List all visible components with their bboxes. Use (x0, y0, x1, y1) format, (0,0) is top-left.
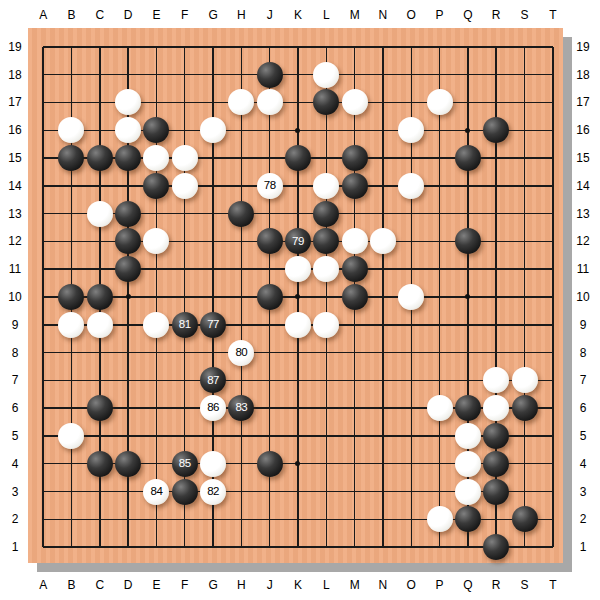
intersection-L18[interactable] (312, 61, 340, 89)
intersection-N10[interactable] (369, 283, 397, 311)
intersection-O3[interactable] (397, 478, 425, 506)
intersection-T3[interactable] (539, 478, 567, 506)
intersection-T16[interactable] (539, 116, 567, 144)
intersection-F8[interactable] (171, 339, 199, 367)
intersection-P14[interactable] (425, 172, 453, 200)
intersection-D9[interactable] (114, 311, 142, 339)
intersection-H19[interactable] (227, 33, 255, 61)
intersection-T10[interactable] (539, 283, 567, 311)
intersection-R8[interactable] (482, 339, 510, 367)
intersection-G19[interactable] (199, 33, 227, 61)
intersection-K1[interactable] (284, 533, 312, 561)
intersection-S6[interactable] (510, 394, 538, 422)
intersection-R16[interactable] (482, 116, 510, 144)
intersection-H7[interactable] (227, 366, 255, 394)
intersection-K15[interactable] (284, 144, 312, 172)
intersection-E4[interactable] (142, 450, 170, 478)
intersection-M5[interactable] (340, 422, 368, 450)
intersection-G14[interactable] (199, 172, 227, 200)
intersection-H9[interactable] (227, 311, 255, 339)
intersection-C14[interactable] (86, 172, 114, 200)
intersection-H12[interactable] (227, 228, 255, 256)
intersection-R10[interactable] (482, 283, 510, 311)
intersection-G15[interactable] (199, 144, 227, 172)
intersection-R18[interactable] (482, 61, 510, 89)
intersection-C1[interactable] (86, 533, 114, 561)
intersection-P2[interactable] (425, 505, 453, 533)
intersection-H10[interactable] (227, 283, 255, 311)
intersection-B3[interactable] (57, 478, 85, 506)
intersection-T7[interactable] (539, 366, 567, 394)
intersection-Q14[interactable] (454, 172, 482, 200)
intersection-M18[interactable] (340, 61, 368, 89)
intersection-M8[interactable] (340, 339, 368, 367)
intersection-G3[interactable]: 82 (199, 478, 227, 506)
intersection-P8[interactable] (425, 339, 453, 367)
intersection-K18[interactable] (284, 61, 312, 89)
intersection-T5[interactable] (539, 422, 567, 450)
intersection-C8[interactable] (86, 339, 114, 367)
intersection-H4[interactable] (227, 450, 255, 478)
intersection-F7[interactable] (171, 366, 199, 394)
intersection-B5[interactable] (57, 422, 85, 450)
intersection-P10[interactable] (425, 283, 453, 311)
intersection-M14[interactable] (340, 172, 368, 200)
intersection-O12[interactable] (397, 228, 425, 256)
intersection-A17[interactable] (29, 89, 57, 117)
intersection-K5[interactable] (284, 422, 312, 450)
intersection-J1[interactable] (256, 533, 284, 561)
intersection-P17[interactable] (425, 89, 453, 117)
intersection-N2[interactable] (369, 505, 397, 533)
intersection-K7[interactable] (284, 366, 312, 394)
intersection-P16[interactable] (425, 116, 453, 144)
intersection-A11[interactable] (29, 255, 57, 283)
intersection-C7[interactable] (86, 366, 114, 394)
intersection-S17[interactable] (510, 89, 538, 117)
intersection-G10[interactable] (199, 283, 227, 311)
intersection-C11[interactable] (86, 255, 114, 283)
intersection-A1[interactable] (29, 533, 57, 561)
intersection-P3[interactable] (425, 478, 453, 506)
intersection-A18[interactable] (29, 61, 57, 89)
intersection-E12[interactable] (142, 228, 170, 256)
intersection-S18[interactable] (510, 61, 538, 89)
intersection-B9[interactable] (57, 311, 85, 339)
intersection-S8[interactable] (510, 339, 538, 367)
intersection-G8[interactable] (199, 339, 227, 367)
intersection-H16[interactable] (227, 116, 255, 144)
intersection-E3[interactable]: 84 (142, 478, 170, 506)
intersection-D7[interactable] (114, 366, 142, 394)
intersection-S14[interactable] (510, 172, 538, 200)
intersection-S12[interactable] (510, 228, 538, 256)
intersection-K17[interactable] (284, 89, 312, 117)
intersection-H15[interactable] (227, 144, 255, 172)
intersection-E11[interactable] (142, 255, 170, 283)
intersection-P9[interactable] (425, 311, 453, 339)
intersection-S13[interactable] (510, 200, 538, 228)
intersection-A5[interactable] (29, 422, 57, 450)
intersection-O16[interactable] (397, 116, 425, 144)
intersection-D17[interactable] (114, 89, 142, 117)
intersection-E14[interactable] (142, 172, 170, 200)
intersection-E17[interactable] (142, 89, 170, 117)
intersection-L2[interactable] (312, 505, 340, 533)
intersection-S3[interactable] (510, 478, 538, 506)
intersection-D12[interactable] (114, 228, 142, 256)
intersection-B15[interactable] (57, 144, 85, 172)
intersection-L9[interactable] (312, 311, 340, 339)
intersection-M11[interactable] (340, 255, 368, 283)
intersection-T6[interactable] (539, 394, 567, 422)
intersection-M1[interactable] (340, 533, 368, 561)
intersection-O11[interactable] (397, 255, 425, 283)
intersection-F11[interactable] (171, 255, 199, 283)
intersection-L17[interactable] (312, 89, 340, 117)
intersection-O2[interactable] (397, 505, 425, 533)
intersection-E18[interactable] (142, 61, 170, 89)
intersection-O10[interactable] (397, 283, 425, 311)
intersection-N11[interactable] (369, 255, 397, 283)
intersection-E7[interactable] (142, 366, 170, 394)
intersection-P1[interactable] (425, 533, 453, 561)
intersection-Q11[interactable] (454, 255, 482, 283)
intersection-D15[interactable] (114, 144, 142, 172)
intersection-B13[interactable] (57, 200, 85, 228)
intersection-F12[interactable] (171, 228, 199, 256)
intersection-T18[interactable] (539, 61, 567, 89)
intersection-T11[interactable] (539, 255, 567, 283)
intersection-R5[interactable] (482, 422, 510, 450)
intersection-A7[interactable] (29, 366, 57, 394)
intersection-A3[interactable] (29, 478, 57, 506)
intersection-H2[interactable] (227, 505, 255, 533)
intersection-J13[interactable] (256, 200, 284, 228)
intersection-J7[interactable] (256, 366, 284, 394)
intersection-S19[interactable] (510, 33, 538, 61)
intersection-A13[interactable] (29, 200, 57, 228)
intersection-L10[interactable] (312, 283, 340, 311)
intersection-F10[interactable] (171, 283, 199, 311)
intersection-R3[interactable] (482, 478, 510, 506)
intersection-N8[interactable] (369, 339, 397, 367)
intersection-C13[interactable] (86, 200, 114, 228)
intersection-E13[interactable] (142, 200, 170, 228)
intersection-P6[interactable] (425, 394, 453, 422)
intersection-G17[interactable] (199, 89, 227, 117)
intersection-D11[interactable] (114, 255, 142, 283)
intersection-J10[interactable] (256, 283, 284, 311)
intersection-R14[interactable] (482, 172, 510, 200)
intersection-L15[interactable] (312, 144, 340, 172)
intersection-A6[interactable] (29, 394, 57, 422)
intersection-T4[interactable] (539, 450, 567, 478)
intersection-J8[interactable] (256, 339, 284, 367)
intersection-B1[interactable] (57, 533, 85, 561)
intersection-L1[interactable] (312, 533, 340, 561)
intersection-R12[interactable] (482, 228, 510, 256)
intersection-T2[interactable] (539, 505, 567, 533)
intersection-E6[interactable] (142, 394, 170, 422)
intersection-M3[interactable] (340, 478, 368, 506)
intersection-D1[interactable] (114, 533, 142, 561)
intersection-K8[interactable] (284, 339, 312, 367)
intersection-D13[interactable] (114, 200, 142, 228)
intersection-D2[interactable] (114, 505, 142, 533)
intersection-G6[interactable]: 86 (199, 394, 227, 422)
intersection-R17[interactable] (482, 89, 510, 117)
intersection-H3[interactable] (227, 478, 255, 506)
intersection-A15[interactable] (29, 144, 57, 172)
intersection-L3[interactable] (312, 478, 340, 506)
intersection-R6[interactable] (482, 394, 510, 422)
intersection-Q5[interactable] (454, 422, 482, 450)
intersection-Q10[interactable] (454, 283, 482, 311)
intersection-O19[interactable] (397, 33, 425, 61)
intersection-Q7[interactable] (454, 366, 482, 394)
intersection-L16[interactable] (312, 116, 340, 144)
intersection-Q15[interactable] (454, 144, 482, 172)
intersection-H13[interactable] (227, 200, 255, 228)
intersection-D4[interactable] (114, 450, 142, 478)
intersection-Q2[interactable] (454, 505, 482, 533)
intersection-E1[interactable] (142, 533, 170, 561)
intersection-J15[interactable] (256, 144, 284, 172)
intersection-A10[interactable] (29, 283, 57, 311)
intersection-G16[interactable] (199, 116, 227, 144)
intersection-N4[interactable] (369, 450, 397, 478)
intersection-R2[interactable] (482, 505, 510, 533)
intersection-J4[interactable] (256, 450, 284, 478)
intersection-S5[interactable] (510, 422, 538, 450)
intersection-R1[interactable] (482, 533, 510, 561)
intersection-H1[interactable] (227, 533, 255, 561)
intersection-A9[interactable] (29, 311, 57, 339)
intersection-F5[interactable] (171, 422, 199, 450)
intersection-E8[interactable] (142, 339, 170, 367)
intersection-O7[interactable] (397, 366, 425, 394)
intersection-K6[interactable] (284, 394, 312, 422)
intersection-L14[interactable] (312, 172, 340, 200)
intersection-B18[interactable] (57, 61, 85, 89)
intersection-S2[interactable] (510, 505, 538, 533)
intersection-D10[interactable] (114, 283, 142, 311)
intersection-L19[interactable] (312, 33, 340, 61)
intersection-D3[interactable] (114, 478, 142, 506)
intersection-R7[interactable] (482, 366, 510, 394)
intersection-J16[interactable] (256, 116, 284, 144)
intersection-E16[interactable] (142, 116, 170, 144)
intersection-B14[interactable] (57, 172, 85, 200)
intersection-O5[interactable] (397, 422, 425, 450)
intersection-Q3[interactable] (454, 478, 482, 506)
intersection-P11[interactable] (425, 255, 453, 283)
intersection-M4[interactable] (340, 450, 368, 478)
intersection-O17[interactable] (397, 89, 425, 117)
intersection-L12[interactable] (312, 228, 340, 256)
intersection-F16[interactable] (171, 116, 199, 144)
intersection-N7[interactable] (369, 366, 397, 394)
intersection-E5[interactable] (142, 422, 170, 450)
intersection-A2[interactable] (29, 505, 57, 533)
intersection-K4[interactable] (284, 450, 312, 478)
intersection-R15[interactable] (482, 144, 510, 172)
intersection-G13[interactable] (199, 200, 227, 228)
intersection-L11[interactable] (312, 255, 340, 283)
intersection-Q4[interactable] (454, 450, 482, 478)
intersection-N9[interactable] (369, 311, 397, 339)
intersection-C3[interactable] (86, 478, 114, 506)
intersection-N1[interactable] (369, 533, 397, 561)
intersection-J14[interactable]: 78 (256, 172, 284, 200)
intersection-F17[interactable] (171, 89, 199, 117)
intersection-P18[interactable] (425, 61, 453, 89)
intersection-N3[interactable] (369, 478, 397, 506)
intersection-A14[interactable] (29, 172, 57, 200)
intersection-F18[interactable] (171, 61, 199, 89)
intersection-G5[interactable] (199, 422, 227, 450)
intersection-E2[interactable] (142, 505, 170, 533)
intersection-S1[interactable] (510, 533, 538, 561)
intersection-T15[interactable] (539, 144, 567, 172)
intersection-B10[interactable] (57, 283, 85, 311)
intersection-G12[interactable] (199, 228, 227, 256)
intersection-D14[interactable] (114, 172, 142, 200)
intersection-B7[interactable] (57, 366, 85, 394)
intersection-N17[interactable] (369, 89, 397, 117)
intersection-M13[interactable] (340, 200, 368, 228)
intersection-T19[interactable] (539, 33, 567, 61)
intersection-T17[interactable] (539, 89, 567, 117)
intersection-J9[interactable] (256, 311, 284, 339)
intersection-N13[interactable] (369, 200, 397, 228)
intersection-K10[interactable] (284, 283, 312, 311)
intersection-O13[interactable] (397, 200, 425, 228)
intersection-F2[interactable] (171, 505, 199, 533)
intersection-H18[interactable] (227, 61, 255, 89)
intersection-T1[interactable] (539, 533, 567, 561)
intersection-D8[interactable] (114, 339, 142, 367)
intersection-L6[interactable] (312, 394, 340, 422)
intersection-S7[interactable] (510, 366, 538, 394)
intersection-C6[interactable] (86, 394, 114, 422)
intersection-K12[interactable]: 79 (284, 228, 312, 256)
intersection-G2[interactable] (199, 505, 227, 533)
intersection-D16[interactable] (114, 116, 142, 144)
intersection-B19[interactable] (57, 33, 85, 61)
intersection-E9[interactable] (142, 311, 170, 339)
intersection-B8[interactable] (57, 339, 85, 367)
intersection-P5[interactable] (425, 422, 453, 450)
intersection-A19[interactable] (29, 33, 57, 61)
intersection-S10[interactable] (510, 283, 538, 311)
intersection-S16[interactable] (510, 116, 538, 144)
intersection-N15[interactable] (369, 144, 397, 172)
intersection-G1[interactable] (199, 533, 227, 561)
intersection-O9[interactable] (397, 311, 425, 339)
intersection-J17[interactable] (256, 89, 284, 117)
intersection-Q9[interactable] (454, 311, 482, 339)
intersection-Q19[interactable] (454, 33, 482, 61)
intersection-R13[interactable] (482, 200, 510, 228)
intersection-G4[interactable] (199, 450, 227, 478)
intersection-A16[interactable] (29, 116, 57, 144)
intersection-K13[interactable] (284, 200, 312, 228)
intersection-L4[interactable] (312, 450, 340, 478)
intersection-R9[interactable] (482, 311, 510, 339)
intersection-J3[interactable] (256, 478, 284, 506)
intersection-C17[interactable] (86, 89, 114, 117)
intersection-D5[interactable] (114, 422, 142, 450)
intersection-K9[interactable] (284, 311, 312, 339)
intersection-T12[interactable] (539, 228, 567, 256)
intersection-Q8[interactable] (454, 339, 482, 367)
intersection-N5[interactable] (369, 422, 397, 450)
intersection-N6[interactable] (369, 394, 397, 422)
intersection-K3[interactable] (284, 478, 312, 506)
intersection-Q12[interactable] (454, 228, 482, 256)
intersection-S9[interactable] (510, 311, 538, 339)
intersection-E10[interactable] (142, 283, 170, 311)
intersection-D18[interactable] (114, 61, 142, 89)
intersection-Q18[interactable] (454, 61, 482, 89)
intersection-K14[interactable] (284, 172, 312, 200)
intersection-Q13[interactable] (454, 200, 482, 228)
intersection-B17[interactable] (57, 89, 85, 117)
intersection-J5[interactable] (256, 422, 284, 450)
intersection-M6[interactable] (340, 394, 368, 422)
intersection-R11[interactable] (482, 255, 510, 283)
intersection-K2[interactable] (284, 505, 312, 533)
intersection-H14[interactable] (227, 172, 255, 200)
intersection-O18[interactable] (397, 61, 425, 89)
intersection-A4[interactable] (29, 450, 57, 478)
intersection-D19[interactable] (114, 33, 142, 61)
intersection-F3[interactable] (171, 478, 199, 506)
intersection-K16[interactable] (284, 116, 312, 144)
intersection-A12[interactable] (29, 228, 57, 256)
intersection-F14[interactable] (171, 172, 199, 200)
intersection-T9[interactable] (539, 311, 567, 339)
intersection-G11[interactable] (199, 255, 227, 283)
intersection-K11[interactable] (284, 255, 312, 283)
intersection-H8[interactable]: 80 (227, 339, 255, 367)
intersection-J6[interactable] (256, 394, 284, 422)
intersection-F9[interactable]: 81 (171, 311, 199, 339)
intersection-Q1[interactable] (454, 533, 482, 561)
intersection-T14[interactable] (539, 172, 567, 200)
intersection-M16[interactable] (340, 116, 368, 144)
intersection-C16[interactable] (86, 116, 114, 144)
intersection-Q16[interactable] (454, 116, 482, 144)
intersection-H6[interactable]: 83 (227, 394, 255, 422)
intersection-P19[interactable] (425, 33, 453, 61)
intersection-M12[interactable] (340, 228, 368, 256)
intersection-Q17[interactable] (454, 89, 482, 117)
intersection-F15[interactable] (171, 144, 199, 172)
intersection-R4[interactable] (482, 450, 510, 478)
intersection-P7[interactable] (425, 366, 453, 394)
intersection-R19[interactable] (482, 33, 510, 61)
intersection-J2[interactable] (256, 505, 284, 533)
intersection-B12[interactable] (57, 228, 85, 256)
intersection-C12[interactable] (86, 228, 114, 256)
intersection-H5[interactable] (227, 422, 255, 450)
intersection-M7[interactable] (340, 366, 368, 394)
intersection-C4[interactable] (86, 450, 114, 478)
intersection-C15[interactable] (86, 144, 114, 172)
